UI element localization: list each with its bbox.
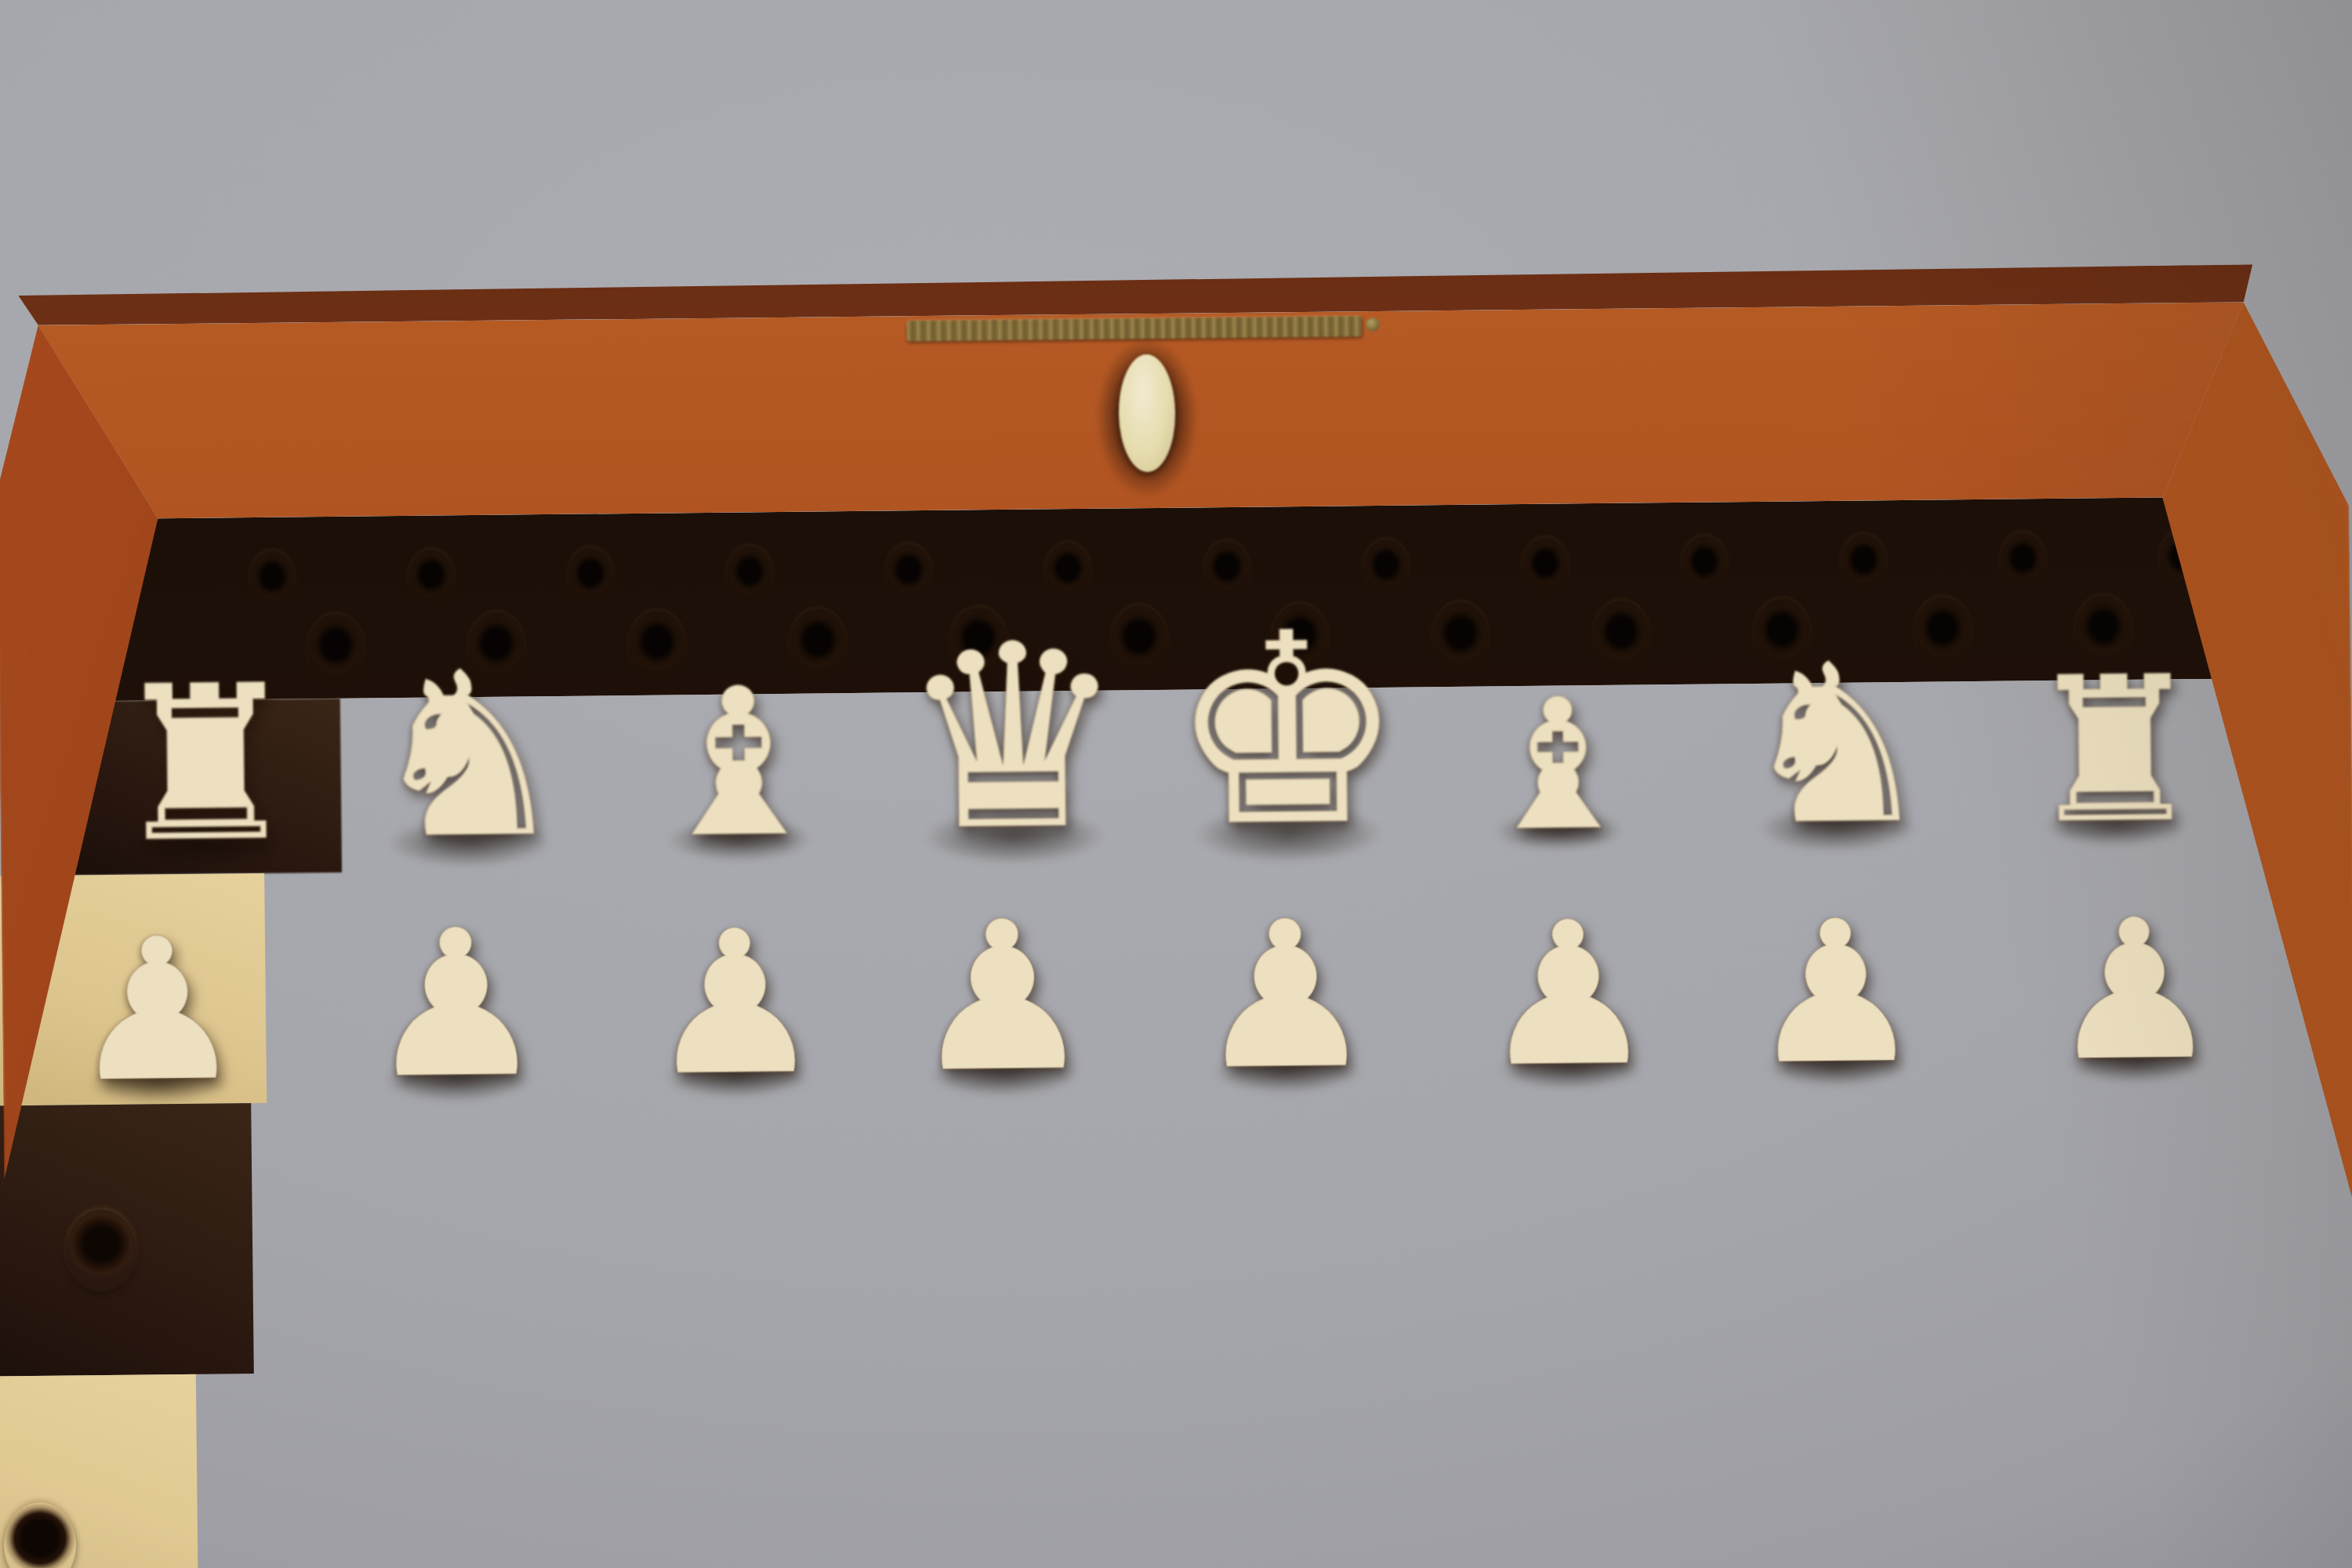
square-h4[interactable] — [0, 1374, 199, 1568]
piece-white-knight-g1[interactable]: ♞ — [1737, 645, 1936, 845]
piece-white-pawn-c2[interactable]: ♟ — [646, 914, 825, 1094]
square-h3[interactable] — [0, 1103, 254, 1377]
piece-white-king-e1[interactable]: ♚ — [1168, 611, 1406, 851]
storage-peg-hole — [249, 550, 296, 608]
piece-white-pawn-h2[interactable]: ♟ — [2047, 903, 2222, 1079]
piece-white-queen-d1[interactable]: ♛ — [898, 622, 1128, 854]
storage-peg-hole — [727, 546, 773, 603]
piece-white-pawn-g2[interactable]: ♟ — [1748, 904, 1925, 1082]
storage-peg-hole — [307, 614, 365, 684]
chess-box: ♜♞♝♛♚♝♞♜♟♟♟♟♟♟♟♟ — [0, 0, 2352, 1568]
peg-hole — [66, 1210, 136, 1292]
board-rank-2 — [0, 852, 2275, 1106]
piece-white-pawn-a2[interactable]: ♟ — [69, 921, 246, 1099]
piece-white-knight-b1[interactable]: ♞ — [365, 652, 572, 859]
storage-peg-hole — [1682, 535, 1728, 593]
peg-hole — [4, 1502, 77, 1568]
storage-peg-hole — [1523, 537, 1569, 594]
piece-white-rook-a1[interactable]: ♜ — [109, 668, 302, 862]
board-rank-4 — [0, 1351, 2352, 1568]
piece-white-rook-h1[interactable]: ♜ — [2024, 659, 2205, 842]
piece-white-pawn-d2[interactable]: ♟ — [909, 904, 1095, 1091]
storage-peg-hole — [1841, 534, 1887, 591]
scene: ♜♞♝♛♚♝♞♜♟♟♟♟♟♟♟♟ — [0, 0, 2352, 1568]
piece-white-bishop-c1[interactable]: ♝ — [646, 670, 831, 855]
piece-white-pawn-e2[interactable]: ♟ — [1194, 904, 1377, 1088]
storage-peg-hole — [568, 547, 614, 604]
storage-peg-hole — [2000, 532, 2046, 590]
piece-white-pawn-f2[interactable]: ♟ — [1479, 905, 1658, 1084]
storage-peg-hole — [408, 549, 455, 606]
brass-screw — [1366, 318, 1380, 332]
board-rank-3 — [0, 1081, 2352, 1377]
piece-white-pawn-b2[interactable]: ♟ — [365, 913, 548, 1097]
piece-white-bishop-f1[interactable]: ♝ — [1476, 684, 1639, 848]
